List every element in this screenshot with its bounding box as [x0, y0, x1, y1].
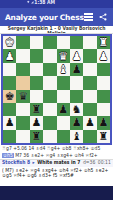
- square-d4[interactable]: [57, 76, 70, 89]
- square-d2[interactable]: ♛: [57, 49, 70, 62]
- square-h5[interactable]: ♚: [3, 90, 16, 103]
- square-g4[interactable]: [16, 76, 29, 89]
- square-a5[interactable]: [97, 90, 110, 103]
- piece-black-N-c6: ♞: [72, 103, 82, 116]
- square-d5[interactable]: [57, 90, 70, 103]
- square-h8[interactable]: [3, 130, 16, 143]
- share-icon[interactable]: [99, 13, 107, 21]
- piece-black-P-h7: ♟: [5, 116, 15, 129]
- square-e3[interactable]: [43, 63, 56, 76]
- piece-white-B-d3: ♝: [58, 63, 68, 76]
- engine-depth: d=36: [83, 160, 95, 165]
- square-h7[interactable]: ♟: [3, 116, 16, 129]
- square-e1[interactable]: [43, 36, 56, 49]
- square-e4[interactable]: [43, 76, 56, 89]
- square-b7[interactable]: ♟: [83, 116, 96, 129]
- square-a7[interactable]: ♟: [97, 116, 110, 129]
- square-a4[interactable]: [97, 76, 110, 89]
- square-d1[interactable]: [57, 36, 70, 49]
- engine-name: Stockfish 8: [2, 160, 30, 165]
- square-g1[interactable]: [16, 36, 29, 49]
- square-f8[interactable]: ♜: [30, 130, 43, 143]
- square-h2[interactable]: ♟: [3, 49, 16, 62]
- status-time: 1:38 AM: [34, 0, 55, 5]
- cell-signal-icon: [31, 1, 34, 4]
- phone-screen: 1:38 AM Analyze your Chess ⋮ Sergey Karj…: [0, 0, 113, 200]
- square-f6[interactable]: ♜: [30, 103, 43, 116]
- piece-black-P-b7: ♟: [85, 116, 95, 129]
- square-a3[interactable]: [97, 63, 110, 76]
- square-g5[interactable]: ♛: [16, 90, 29, 103]
- square-c3[interactable]: ♟: [70, 63, 83, 76]
- chess-board[interactable]: ♚♜♟♛♟♟♝♟♚♛♜♟♞♟♟♟♟♟♜♝♜: [3, 36, 110, 143]
- app-title: Analyze your Chess: [0, 13, 84, 22]
- status-bar: 1:38 AM: [0, 0, 113, 8]
- piece-white-P-h2: ♟: [5, 50, 15, 63]
- square-d7[interactable]: [57, 116, 70, 129]
- piece-black-Q-g5: ♛: [18, 90, 28, 103]
- square-b2[interactable]: [83, 49, 96, 62]
- piece-black-P-a7: ♟: [98, 116, 108, 129]
- square-c1[interactable]: [70, 36, 83, 49]
- square-h4[interactable]: [3, 76, 16, 89]
- square-b5[interactable]: [83, 90, 96, 103]
- square-g7[interactable]: [16, 116, 29, 129]
- square-g8[interactable]: [16, 130, 29, 143]
- analysis-panel: ♖g7 +5.06 14 ♗d4 ♖g4+ ♔b8 ♖xh8+ ♔d5 ♔h5 …: [0, 146, 113, 186]
- square-a6[interactable]: [97, 103, 110, 116]
- square-g6[interactable]: [16, 103, 29, 116]
- square-c4[interactable]: [70, 76, 83, 89]
- square-h6[interactable]: [3, 103, 16, 116]
- piece-black-R-f8: ♜: [32, 130, 42, 143]
- square-d3[interactable]: ♝: [57, 63, 70, 76]
- square-f3[interactable]: [30, 63, 43, 76]
- square-b8[interactable]: [83, 130, 96, 143]
- android-nav-bar: [0, 186, 113, 200]
- square-c7[interactable]: ♟: [70, 116, 83, 129]
- piece-black-K-h5: ♚: [5, 90, 15, 103]
- square-a8[interactable]: ♜: [97, 130, 110, 143]
- piece-black-P-c3: ♟: [72, 63, 82, 76]
- engine-status: White mates in 7: [37, 160, 80, 165]
- square-f4[interactable]: [30, 76, 43, 89]
- players-header: Sergey Karjakin 1 - 0 Vasily Borisovich …: [0, 26, 113, 34]
- square-e6[interactable]: [43, 103, 56, 116]
- selected-move[interactable]: ♔h5: [2, 153, 14, 158]
- engine-line[interactable]: ( M7) ♗e2+ ♕g4 ♗xg4+ ♔h4 ♕f2+ ♔h5 ♗e2+ ♔…: [0, 167, 113, 186]
- square-e5[interactable]: [43, 90, 56, 103]
- piece-white-R-a1: ♜: [98, 36, 108, 49]
- square-g2[interactable]: [16, 49, 29, 62]
- wifi-icon: [27, 1, 30, 4]
- piece-black-P-c7: ♟: [72, 116, 82, 129]
- analysis-row-2-moves: M7 36 ♗e2+ ♕g4 ♗xg4+ ♔h4 ♕f2+: [14, 153, 98, 158]
- engine-header[interactable]: Stockfish 8 ▸ White mates in 7 d=36 00:1…: [0, 159, 113, 167]
- move-list-icon[interactable]: [84, 13, 93, 21]
- piece-white-K-h1: ♚: [5, 36, 15, 49]
- square-d8[interactable]: [57, 130, 70, 143]
- chess-board-frame: ♚♜♟♛♟♟♝♟♚♛♜♟♞♟♟♟♟♟♜♝♜: [1, 34, 112, 145]
- piece-white-P-a2: ♟: [98, 50, 108, 63]
- engine-time: 00:11: [98, 160, 111, 165]
- square-f7[interactable]: ♟: [30, 116, 43, 129]
- square-b4[interactable]: [83, 76, 96, 89]
- chevron-right-icon[interactable]: ▸: [33, 160, 35, 165]
- square-g3[interactable]: [16, 63, 29, 76]
- square-d6[interactable]: ♟: [57, 103, 70, 116]
- square-c2[interactable]: ♟: [70, 49, 83, 62]
- piece-black-R-f6: ♜: [32, 103, 42, 116]
- piece-white-Q-d2: ♛: [58, 50, 68, 63]
- square-f1[interactable]: [30, 36, 43, 49]
- square-b1[interactable]: [83, 36, 96, 49]
- square-a1[interactable]: ♜: [97, 36, 110, 49]
- piece-black-B-c8: ♝: [72, 130, 82, 143]
- square-e7[interactable]: [43, 116, 56, 129]
- square-c8[interactable]: ♝: [70, 130, 83, 143]
- square-f5[interactable]: [30, 90, 43, 103]
- square-a2[interactable]: ♟: [97, 49, 110, 62]
- players-line: Sergey Karjakin 1 - 0 Vasily Borisovich …: [0, 26, 113, 34]
- square-h3[interactable]: [3, 63, 16, 76]
- square-b6[interactable]: [83, 103, 96, 116]
- square-f2[interactable]: [30, 49, 43, 62]
- app-bar: Analyze your Chess ⋮: [0, 8, 113, 26]
- piece-white-P-c2: ♟: [72, 50, 82, 63]
- square-h1[interactable]: ♚: [3, 36, 16, 49]
- square-e2[interactable]: [43, 49, 56, 62]
- piece-black-P-d6: ♟: [58, 103, 68, 116]
- square-b3[interactable]: [83, 63, 96, 76]
- piece-black-R-a8: ♜: [98, 130, 108, 143]
- analysis-row-2[interactable]: ♔h5 M7 36 ♗e2+ ♕g4 ♗xg4+ ♔h4 ♕f2+: [0, 153, 113, 160]
- square-e8[interactable]: [43, 130, 56, 143]
- square-c6[interactable]: ♞: [70, 103, 83, 116]
- piece-black-P-f7: ♟: [32, 116, 42, 129]
- square-c5[interactable]: [70, 90, 83, 103]
